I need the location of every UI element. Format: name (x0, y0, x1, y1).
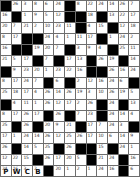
cell-r6c5[interactable]: 7 (44, 56, 54, 66)
cell-r1c6[interactable]: 24 (54, 1, 64, 11)
cell-r3c6[interactable]: 23 (54, 23, 64, 33)
code-number: 21 (23, 23, 28, 28)
code-number: 24 (109, 100, 114, 105)
code-number: 9 (55, 122, 58, 127)
cell-r11c12[interactable]: 14 (119, 111, 129, 121)
cell-r13c11[interactable]: 6 (108, 133, 118, 143)
code-number: 14 (120, 133, 125, 138)
code-number: 18 (130, 23, 135, 28)
block-r12c13 (129, 122, 139, 132)
code-number: 11 (66, 23, 71, 28)
cell-r5c6[interactable]: 7 (54, 45, 64, 55)
cell-r15c11[interactable]: 24 (108, 155, 118, 165)
code-number: 17 (55, 155, 60, 160)
code-number: 5 (45, 12, 48, 17)
code-number: 16 (98, 78, 103, 83)
code-number: 2 (34, 23, 37, 28)
cell-r10c7[interactable]: 17 (65, 100, 75, 110)
cell-r9c8[interactable]: 19 (76, 89, 86, 99)
cell-r6c11[interactable]: 19 (108, 56, 118, 66)
cell-r15c7[interactable]: 20 (65, 155, 75, 165)
cell-r15c5[interactable]: 26 (44, 155, 54, 165)
block-r3c11 (108, 23, 118, 33)
code-number: 6 (130, 166, 133, 171)
cell-r6c10[interactable]: 26 (97, 56, 107, 66)
cell-r11c13[interactable]: 4 (129, 111, 139, 121)
cell-r16c2[interactable]: 16W (12, 166, 22, 176)
cell-r10c6[interactable]: 12 (54, 100, 64, 110)
cell-r9c4[interactable]: 4 (33, 89, 43, 99)
cell-r4c13[interactable]: 2 (129, 34, 139, 44)
code-number: 5 (77, 155, 80, 160)
cell-r11c4[interactable]: 17 (33, 111, 43, 121)
cell-r9c11[interactable]: 26 (108, 89, 118, 99)
code-number: 21 (66, 122, 71, 127)
code-number: 4 (55, 34, 58, 39)
code-number: 6 (109, 133, 112, 138)
code-number: 26 (66, 89, 71, 94)
code-number: 17 (34, 111, 39, 116)
code-number: 8 (2, 78, 5, 83)
cell-r3c9[interactable]: 4 (87, 23, 97, 33)
code-number: 24 (45, 34, 50, 39)
cell-r13c10[interactable]: 10 (97, 133, 107, 143)
cell-r2c9[interactable]: 18 (87, 12, 97, 22)
cell-r12c5[interactable]: 20 (44, 122, 54, 132)
code-number: 14 (120, 111, 125, 116)
code-number: 12 (55, 100, 60, 105)
cell-r3c12[interactable]: 12 (119, 23, 129, 33)
code-number: 24 (23, 133, 28, 138)
cell-r10c9[interactable]: 26 (87, 100, 97, 110)
block-r12c2 (12, 122, 22, 132)
code-number: 16 (130, 155, 135, 160)
code-number: 6 (45, 1, 48, 6)
code-number: 17 (88, 34, 93, 39)
cell-r14c10[interactable]: 15 (97, 144, 107, 154)
code-number: 24 (109, 122, 114, 127)
cell-r11c1[interactable]: 8 (1, 111, 11, 121)
code-number: 17 (66, 56, 71, 61)
cell-r9c1[interactable]: 25 (1, 89, 11, 99)
code-number: 1 (45, 67, 48, 72)
code-number: 8 (77, 1, 80, 6)
cell-r8c6[interactable]: 6 (54, 78, 64, 88)
code-number: 1 (34, 100, 37, 105)
code-number: 24 (109, 78, 114, 83)
cell-r16c10[interactable]: 24 (97, 166, 107, 176)
code-number: 11 (23, 100, 28, 105)
code-number: 25 (45, 144, 50, 149)
code-number: 7 (34, 78, 37, 83)
code-number: 19 (34, 45, 39, 50)
block-r10c12 (119, 100, 129, 110)
cell-r6c3[interactable]: 17 (22, 56, 32, 66)
cell-r13c8[interactable]: 26 (76, 133, 86, 143)
block-r14c8 (76, 144, 86, 154)
cell-r13c13[interactable]: 9 (129, 133, 139, 143)
cell-r3c3[interactable]: 21 (22, 23, 32, 33)
cell-r1c5[interactable]: 6 (44, 1, 54, 11)
code-number: 14 (109, 1, 114, 6)
block-r15c4 (33, 155, 43, 165)
cell-r12c10[interactable]: 7 (97, 122, 107, 132)
cell-r13c5[interactable]: 26 (44, 133, 54, 143)
cell-r14c1[interactable]: 26 (1, 144, 11, 154)
cell-r1c4[interactable]: 8 (33, 1, 43, 11)
cell-r1c3[interactable]: 3 (22, 1, 32, 11)
code-number: 18 (13, 89, 18, 94)
cell-r8c1[interactable]: 8 (1, 78, 11, 88)
cell-r15c2[interactable]: 22 (12, 155, 22, 165)
cell-r13c1[interactable]: 17 (1, 133, 11, 143)
cell-r6c7[interactable]: 17 (65, 56, 75, 66)
cell-r6c1[interactable]: 21 (1, 56, 11, 66)
cell-r6c8[interactable]: 13 (76, 56, 86, 66)
cell-r15c10[interactable]: 21 (97, 155, 107, 165)
code-number: 15 (98, 144, 103, 149)
cell-r4c12[interactable]: 24 (119, 34, 129, 44)
code-number: 24 (98, 166, 103, 171)
cell-r9c9[interactable]: 3 (87, 89, 97, 99)
code-number: 4 (13, 100, 16, 105)
code-number: 24 (109, 111, 114, 116)
cell-r12c12[interactable]: 3 (119, 122, 129, 132)
block-r7c9 (87, 67, 97, 77)
code-number: 17 (88, 133, 93, 138)
cell-r16c8[interactable]: 2 (76, 166, 86, 176)
code-number: 12 (55, 133, 60, 138)
code-number: 16 (120, 67, 125, 72)
cell-r15c6[interactable]: 17 (54, 155, 64, 165)
code-number: 22 (13, 155, 18, 160)
cell-r12c1[interactable]: 25 (1, 122, 11, 132)
cell-r8c9[interactable]: 12 (87, 78, 97, 88)
code-number: 26 (2, 144, 7, 149)
code-number: 26 (45, 100, 50, 105)
cell-r10c13[interactable]: 13 (129, 100, 139, 110)
cell-r10c2[interactable]: 4 (12, 100, 22, 110)
cell-r2c12[interactable]: 22 (119, 12, 129, 22)
cell-r4c9[interactable]: 17 (87, 34, 97, 44)
code-number: 7 (77, 111, 80, 116)
code-number: 17 (130, 12, 135, 17)
cell-r12c6[interactable]: 9 (54, 122, 64, 132)
block-r4c3 (22, 34, 32, 44)
code-number: 16 (2, 12, 7, 17)
cell-r1c9[interactable]: 22 (87, 1, 97, 11)
cell-r5c9[interactable]: 9 (87, 45, 97, 55)
cell-r15c13[interactable]: 16 (129, 155, 139, 165)
code-number: 1 (66, 34, 69, 39)
code-number: 4 (130, 111, 133, 116)
code-number: 2 (77, 78, 80, 83)
cell-r8c2[interactable]: 17 (12, 78, 22, 88)
cell-r9c5[interactable]: 26 (44, 89, 54, 99)
code-number: 23 (55, 23, 60, 28)
code-number: 22 (120, 12, 125, 17)
cell-r7c11[interactable]: 26 (108, 67, 118, 77)
cell-r9c10[interactable]: 10 (97, 89, 107, 99)
cell-r5c4[interactable]: 19 (33, 45, 43, 55)
cell-r1c2[interactable]: 26 (12, 1, 22, 11)
code-number: 12 (88, 78, 93, 83)
block-r7c1 (1, 67, 11, 77)
cell-r12c3[interactable]: 26 (22, 122, 32, 132)
cell-r5c10[interactable]: 4 (97, 45, 107, 55)
cell-r8c10[interactable]: 16 (97, 78, 107, 88)
code-number: 26 (66, 144, 71, 149)
cell-r11c9[interactable]: 23 (87, 111, 97, 121)
cell-r8c4[interactable]: 7 (33, 78, 43, 88)
cell-r10c5[interactable]: 26 (44, 100, 54, 110)
block-r2c7 (65, 12, 75, 22)
code-number: 10 (98, 89, 103, 94)
code-number: 26 (23, 111, 28, 116)
code-number: 11 (77, 34, 82, 39)
cell-r9c3[interactable]: 17 (22, 89, 32, 99)
code-number: 20 (45, 122, 50, 127)
code-number: 7 (98, 122, 101, 127)
cell-r7c3[interactable]: 23 (22, 67, 32, 77)
cell-r10c4[interactable]: 1 (33, 100, 43, 110)
block-r10c10 (97, 100, 107, 110)
code-number: 5 (13, 56, 16, 61)
cell-r5c13[interactable]: 11 (129, 45, 139, 55)
cell-r3c7[interactable]: 11 (65, 23, 75, 33)
cell-r7c7[interactable]: 22 (65, 67, 75, 77)
cell-r14c13[interactable]: 1 (129, 144, 139, 154)
given-letter: P (1, 168, 11, 176)
code-number: 2 (77, 166, 80, 171)
block-r6c6 (54, 56, 64, 66)
block-r4c10 (97, 34, 107, 44)
code-number: 4 (88, 23, 91, 28)
code-number: 8 (2, 34, 5, 39)
block-r11c7 (65, 111, 75, 121)
cell-r1c12[interactable]: 26 (119, 1, 129, 11)
code-number: 14 (55, 89, 60, 94)
code-number: 10 (45, 23, 50, 28)
cell-r15c8[interactable]: 5 (76, 155, 86, 165)
cell-r13c7[interactable]: 25 (65, 133, 75, 143)
cell-r4c1[interactable]: 8 (1, 34, 11, 44)
cell-r5c8[interactable]: 3 (76, 45, 86, 55)
cell-r13c12[interactable]: 14 (119, 133, 129, 143)
cell-r1c8[interactable]: 8 (76, 1, 86, 11)
cell-r14c3[interactable]: 14 (22, 144, 32, 154)
cell-r4c5[interactable]: 24 (44, 34, 54, 44)
cell-r3c5[interactable]: 10 (44, 23, 54, 33)
cell-r7c13[interactable]: 24 (129, 67, 139, 77)
cell-r4c11[interactable]: 1 (108, 34, 118, 44)
cell-r13c4[interactable]: 14 (33, 133, 43, 143)
cell-r2c3[interactable]: 1 (22, 12, 32, 22)
code-number: 13 (77, 56, 82, 61)
code-number: 17 (23, 89, 28, 94)
cell-r4c7[interactable]: 1 (65, 34, 75, 44)
cell-r7c12[interactable]: 16 (119, 67, 129, 77)
cell-r16c4[interactable]: 2B (33, 166, 43, 176)
cell-r7c2[interactable]: 9 (12, 67, 22, 77)
cell-r6c2[interactable]: 5 (12, 56, 22, 66)
cell-r3c4[interactable]: 2 (33, 23, 43, 33)
cell-r4c6[interactable]: 4 (54, 34, 64, 44)
cell-r9c2[interactable]: 18 (12, 89, 22, 99)
cell-r15c3[interactable]: 15 (22, 155, 32, 165)
cell-r5c12[interactable]: 25 (119, 45, 129, 55)
code-number: 24 (109, 155, 114, 160)
cell-r5c1[interactable]: 16 (1, 45, 11, 55)
block-r1c1 (1, 1, 11, 11)
cell-r3c2[interactable]: 7 (12, 23, 22, 33)
block-r12c4 (33, 122, 43, 132)
cell-r10c11[interactable]: 24 (108, 100, 118, 110)
code-number: 20 (34, 67, 39, 72)
code-number: 1 (130, 144, 133, 149)
cell-r12c11[interactable]: 24 (108, 122, 118, 132)
cell-r14c4[interactable]: 5 (33, 144, 43, 154)
cell-r4c8[interactable]: 11 (76, 34, 86, 44)
cell-r8c8[interactable]: 2 (76, 78, 86, 88)
code-number: 22 (66, 67, 71, 72)
cell-r15c1[interactable]: 12 (1, 155, 11, 165)
code-number: 9 (13, 67, 16, 72)
code-number: 25 (66, 133, 71, 138)
block-r2c8 (76, 12, 86, 22)
code-number: 9 (34, 12, 37, 17)
code-number: 22 (88, 1, 93, 6)
cell-r5c5[interactable]: 20 (44, 45, 54, 55)
code-number: 3 (88, 89, 91, 94)
code-number: 7 (45, 56, 48, 61)
cell-r3c1[interactable]: 20 (1, 23, 11, 33)
code-number: 2 (77, 100, 80, 105)
cell-r13c9[interactable]: 17 (87, 133, 97, 143)
cell-r8c11[interactable]: 24 (108, 78, 118, 88)
cell-r13c3[interactable]: 24 (22, 133, 32, 143)
code-number: 7 (55, 45, 58, 50)
cell-r1c13[interactable]: 7 (129, 1, 139, 11)
code-number: 23 (23, 67, 28, 72)
block-r7c10 (97, 67, 107, 77)
code-number: 24 (55, 1, 60, 6)
code-number: 1 (109, 34, 112, 39)
code-number: 9 (130, 133, 133, 138)
cell-r16c6[interactable]: 20 (54, 166, 64, 176)
block-r8c13 (129, 78, 139, 88)
cell-r12c7[interactable]: 21 (65, 122, 75, 132)
cell-r7c8[interactable]: 16 (76, 67, 86, 77)
code-number: 20 (45, 45, 50, 50)
cell-r16c9[interactable]: 1 (87, 166, 97, 176)
cell-r9c13[interactable]: 5 (129, 89, 139, 99)
block-r15c12 (119, 155, 129, 165)
cell-r16c3[interactable]: 3C (22, 166, 32, 176)
code-number: 6 (120, 78, 123, 83)
code-number: 17 (13, 78, 18, 83)
cell-r10c3[interactable]: 11 (22, 100, 32, 110)
cell-r10c8[interactable]: 2 (76, 100, 86, 110)
code-number: 1 (88, 166, 91, 171)
block-r2c2 (12, 12, 22, 22)
code-number: 25 (2, 89, 7, 94)
cell-r4c2[interactable]: 17 (12, 34, 22, 44)
code-number: 6 (55, 78, 58, 83)
cell-r3c13[interactable]: 18 (129, 23, 139, 33)
cell-r9c12[interactable]: 19 (119, 89, 129, 99)
cell-r12c9[interactable]: 17 (87, 122, 97, 132)
block-r6c12 (119, 56, 129, 66)
cell-r16c13[interactable]: 6 (129, 166, 139, 176)
block-r4c4 (33, 34, 43, 44)
cell-r14c12[interactable]: 24 (119, 144, 129, 154)
cell-r7c4[interactable]: 20 (33, 67, 43, 77)
given-letter: C (22, 168, 32, 176)
cell-r2c11[interactable]: 13 (108, 12, 118, 22)
cell-r14c5[interactable]: 25 (44, 144, 54, 154)
cell-r2c6[interactable]: 12 (54, 12, 64, 22)
cell-r14c7[interactable]: 26 (65, 144, 75, 154)
code-number: 24 (23, 78, 28, 83)
cell-r7c5[interactable]: 1 (44, 67, 54, 77)
cell-r11c3[interactable]: 26 (22, 111, 32, 121)
code-number: 23 (88, 111, 93, 116)
code-number: 26 (98, 56, 103, 61)
cell-r8c12[interactable]: 6 (119, 78, 129, 88)
cell-r16c7[interactable]: 1 (65, 166, 75, 176)
code-number: 26 (23, 122, 28, 127)
block-r16c5 (44, 166, 54, 176)
cell-r2c5[interactable]: 5 (44, 12, 54, 22)
cell-r13c2[interactable]: 1 (12, 133, 22, 143)
cell-r7c6[interactable]: 23 (54, 67, 64, 77)
block-r6c9 (87, 56, 97, 66)
cell-r11c6[interactable]: 26 (54, 111, 64, 121)
cell-r2c1[interactable]: 16 (1, 12, 11, 22)
block-r16c12 (119, 166, 129, 176)
cell-r11c2[interactable]: 17 (12, 111, 22, 121)
code-number: 26 (55, 111, 60, 116)
cell-r9c6[interactable]: 14 (54, 89, 64, 99)
cell-r11c8[interactable]: 7 (76, 111, 86, 121)
cell-r16c11[interactable]: 16 (108, 166, 118, 176)
code-number: 26 (88, 100, 93, 105)
cell-r6c13[interactable]: 14 (129, 56, 139, 66)
cell-r2c13[interactable]: 17 (129, 12, 139, 22)
cell-r1c11[interactable]: 14 (108, 1, 118, 11)
cell-r8c3[interactable]: 24 (22, 78, 32, 88)
cell-r3c10[interactable]: 15 (97, 23, 107, 33)
code-number: 12 (55, 12, 60, 17)
cell-r2c4[interactable]: 9 (33, 12, 43, 22)
code-number: 21 (2, 56, 7, 61)
block-r5c7 (65, 45, 75, 55)
block-r3c8 (76, 23, 86, 33)
code-number: 24 (120, 144, 125, 149)
code-number: 13 (130, 100, 135, 105)
code-number: 25 (120, 45, 125, 50)
block-r1c7 (65, 1, 75, 11)
code-number: 17 (13, 34, 18, 39)
cell-r16c1[interactable]: 24P (1, 166, 11, 176)
code-number: 26 (120, 1, 125, 6)
cell-r1c10[interactable]: 24 (97, 1, 107, 11)
cell-r13c6[interactable]: 12 (54, 133, 64, 143)
cell-r11c11[interactable]: 24 (108, 111, 118, 121)
code-number: 17 (23, 56, 28, 61)
cell-r9c7[interactable]: 26 (65, 89, 75, 99)
